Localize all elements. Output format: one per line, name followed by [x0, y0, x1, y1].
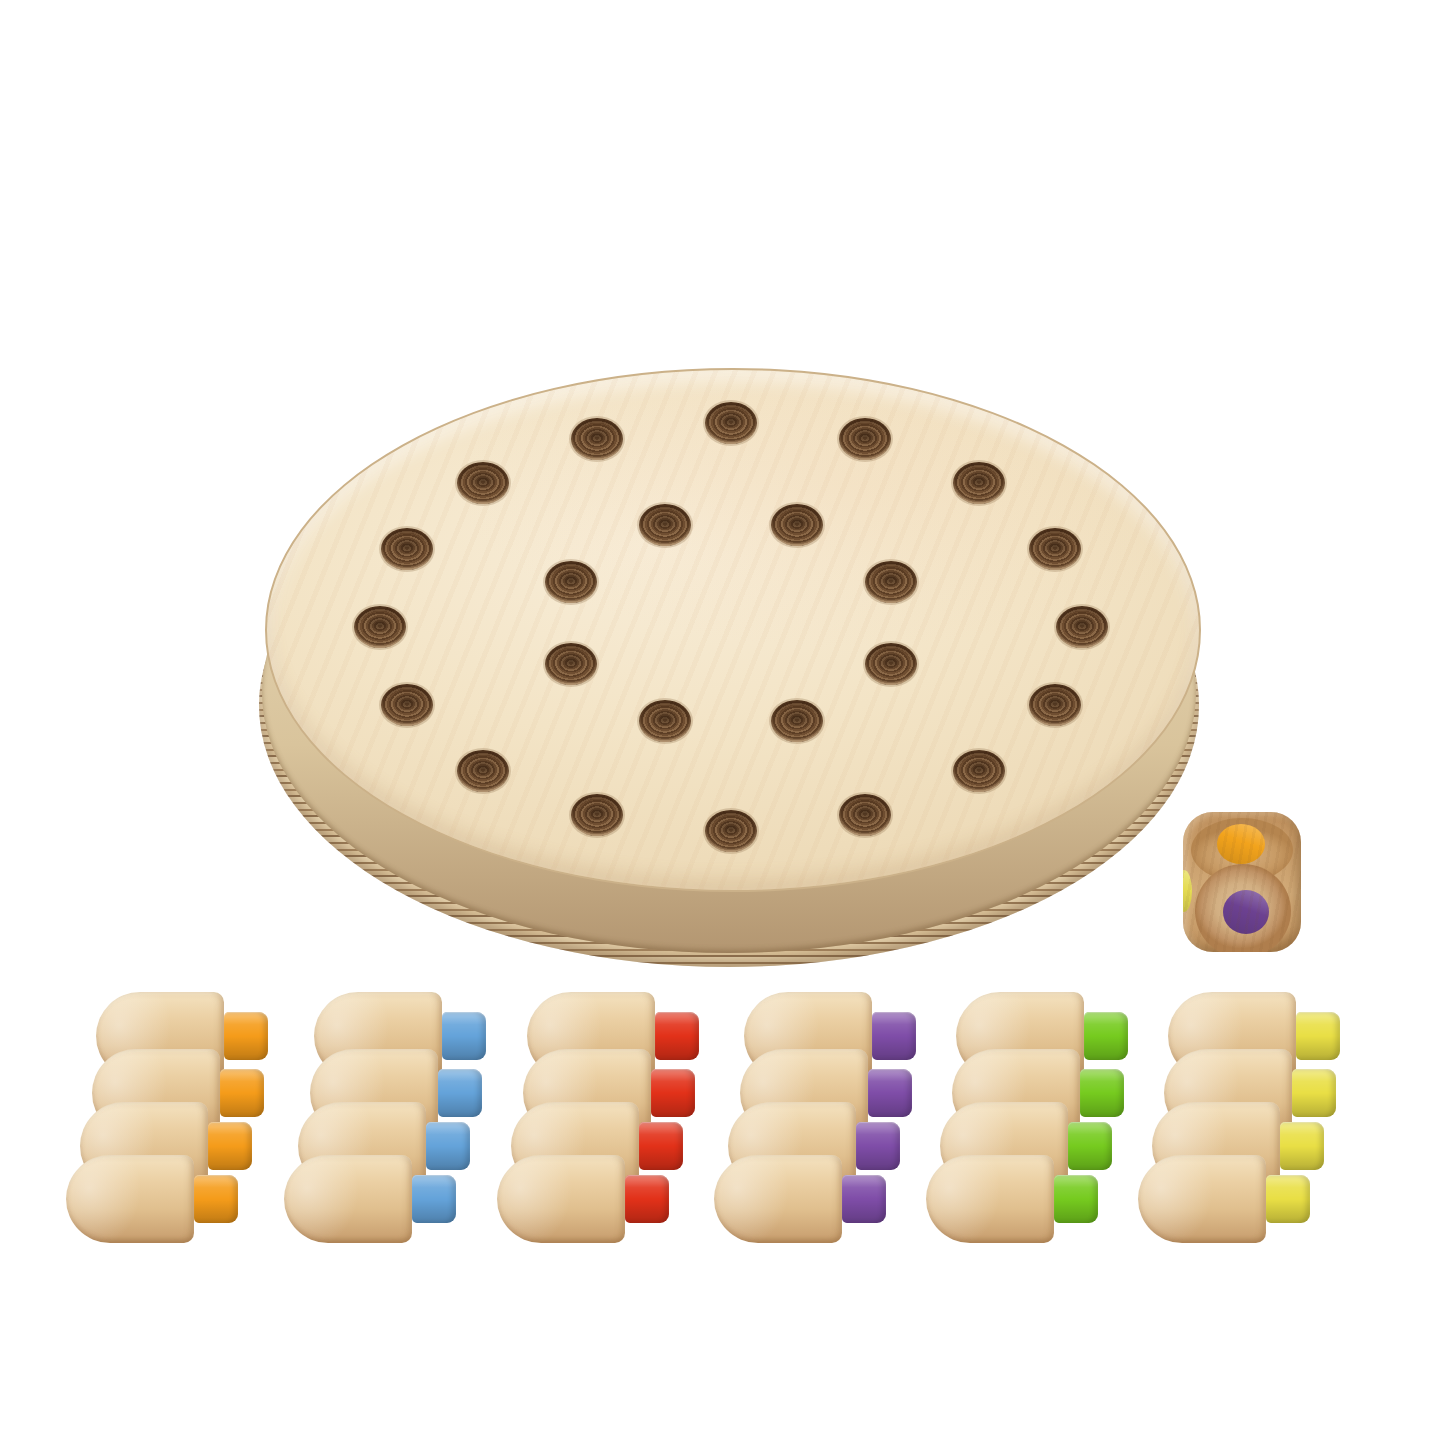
peg-body [926, 1155, 1054, 1243]
board-hole-outer-16 [571, 418, 623, 460]
board-hole-outer-10 [571, 794, 623, 836]
peg-tip-yellow [1266, 1175, 1310, 1223]
color-die [1183, 812, 1301, 952]
die-front-face [1195, 864, 1291, 952]
board-hole-inner-2 [771, 504, 823, 546]
board-hole-outer-2 [839, 418, 891, 460]
board-hole-inner-1 [639, 504, 691, 546]
peg-body [714, 1155, 842, 1243]
board-hole-outer-6 [1029, 684, 1081, 726]
board-hole-inner-3 [865, 561, 917, 603]
peg-orange-4 [66, 1155, 238, 1243]
board-hole-outer-1 [705, 402, 757, 444]
board-hole-outer-13 [354, 606, 406, 648]
board-hole-inner-7 [545, 643, 597, 685]
peg-tip-red [625, 1175, 669, 1223]
board-hole-inner-5 [771, 700, 823, 742]
board-hole-outer-15 [457, 462, 509, 504]
peg-body [66, 1155, 194, 1243]
board-hole-outer-12 [381, 684, 433, 726]
board-hole-outer-14 [381, 528, 433, 570]
product-photo-scene [0, 0, 1445, 1445]
peg-tip-purple [842, 1175, 886, 1223]
board-hole-outer-5 [1056, 606, 1108, 648]
peg-yellow-4 [1138, 1155, 1310, 1243]
board-hole-outer-9 [705, 810, 757, 852]
die-dot-orange [1217, 824, 1265, 864]
peg-green-4 [926, 1155, 1098, 1243]
peg-tip-blue [412, 1175, 456, 1223]
board-hole-outer-3 [953, 462, 1005, 504]
board-hole-outer-11 [457, 750, 509, 792]
board-hole-inner-6 [639, 700, 691, 742]
peg-body [497, 1155, 625, 1243]
die-body [1183, 812, 1301, 952]
peg-tip-orange [194, 1175, 238, 1223]
die-dot-yellow [1183, 870, 1192, 912]
board-hole-inner-4 [865, 643, 917, 685]
peg-tip-green [1054, 1175, 1098, 1223]
peg-purple-4 [714, 1155, 886, 1243]
peg-red-4 [497, 1155, 669, 1243]
peg-blue-4 [284, 1155, 456, 1243]
die-top-face [1191, 818, 1293, 882]
peg-body [284, 1155, 412, 1243]
board-hole-outer-4 [1029, 528, 1081, 570]
die-dot-purple [1223, 890, 1269, 934]
peg-body [1138, 1155, 1266, 1243]
